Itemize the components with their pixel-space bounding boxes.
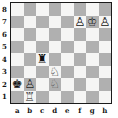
- square-c2[interactable]: [36, 78, 49, 91]
- file-label-a: a: [11, 104, 24, 116]
- square-b5[interactable]: [24, 41, 37, 54]
- rank-label-8: 8: [0, 3, 9, 16]
- square-b6[interactable]: [24, 28, 37, 41]
- square-d5[interactable]: [49, 41, 62, 54]
- square-h4[interactable]: [99, 53, 112, 66]
- square-h7[interactable]: ♙: [99, 16, 112, 29]
- square-f6[interactable]: [74, 28, 87, 41]
- square-a1[interactable]: [11, 91, 24, 104]
- square-c8[interactable]: [36, 3, 49, 16]
- square-e1[interactable]: [61, 91, 74, 104]
- square-e8[interactable]: [61, 3, 74, 16]
- chess-board: ♙♔♙♜♘♚♙♘♖: [10, 2, 112, 104]
- square-b2[interactable]: ♙: [24, 78, 37, 91]
- file-label-b: b: [24, 104, 37, 116]
- file-labels: abcdefgh: [11, 104, 111, 116]
- square-c4[interactable]: ♜: [36, 53, 49, 66]
- square-c6[interactable]: [36, 28, 49, 41]
- square-g4[interactable]: [86, 53, 99, 66]
- square-b8[interactable]: [24, 3, 37, 16]
- square-b7[interactable]: [24, 16, 37, 29]
- square-e3[interactable]: [61, 66, 74, 79]
- black-rook: ♜: [37, 53, 48, 65]
- white-rook: ♖: [24, 91, 35, 103]
- square-d6[interactable]: [49, 28, 62, 41]
- file-label-d: d: [49, 104, 62, 116]
- square-h3[interactable]: [99, 66, 112, 79]
- square-f1[interactable]: [74, 91, 87, 104]
- square-c1[interactable]: [36, 91, 49, 104]
- file-label-f: f: [74, 104, 87, 116]
- square-h6[interactable]: [99, 28, 112, 41]
- white-knight: ♘: [49, 66, 60, 78]
- square-d4[interactable]: [49, 53, 62, 66]
- square-a5[interactable]: [11, 41, 24, 54]
- square-a4[interactable]: [11, 53, 24, 66]
- white-pawn: ♙: [74, 16, 85, 28]
- square-g1[interactable]: [86, 91, 99, 104]
- chess-diagram: 87654321 ♙♔♙♜♘♚♙♘♖ abcdefgh: [0, 0, 118, 118]
- file-label-c: c: [36, 104, 49, 116]
- square-f5[interactable]: [74, 41, 87, 54]
- white-knight: ♘: [49, 78, 60, 90]
- square-a2[interactable]: ♚: [11, 78, 24, 91]
- file-label-h: h: [99, 104, 112, 116]
- square-f7[interactable]: ♙: [74, 16, 87, 29]
- square-a6[interactable]: [11, 28, 24, 41]
- square-e7[interactable]: [61, 16, 74, 29]
- square-g2[interactable]: [86, 78, 99, 91]
- square-d7[interactable]: [49, 16, 62, 29]
- rank-label-6: 6: [0, 28, 9, 41]
- square-b3[interactable]: [24, 66, 37, 79]
- rank-label-2: 2: [0, 78, 9, 91]
- square-f8[interactable]: [74, 3, 87, 16]
- square-g6[interactable]: [86, 28, 99, 41]
- file-label-e: e: [61, 104, 74, 116]
- white-pawn: ♙: [99, 16, 110, 28]
- square-b4[interactable]: [24, 53, 37, 66]
- white-king: ♔: [87, 16, 98, 28]
- square-b1[interactable]: ♖: [24, 91, 37, 104]
- square-d1[interactable]: [49, 91, 62, 104]
- square-h5[interactable]: [99, 41, 112, 54]
- square-f4[interactable]: [74, 53, 87, 66]
- square-g7[interactable]: ♔: [86, 16, 99, 29]
- square-f3[interactable]: [74, 66, 87, 79]
- rank-label-5: 5: [0, 41, 9, 54]
- square-d2[interactable]: ♘: [49, 78, 62, 91]
- rank-label-1: 1: [0, 91, 9, 104]
- square-g3[interactable]: [86, 66, 99, 79]
- square-g8[interactable]: [86, 3, 99, 16]
- square-h8[interactable]: [99, 3, 112, 16]
- file-label-g: g: [86, 104, 99, 116]
- square-f2[interactable]: [74, 78, 87, 91]
- square-c3[interactable]: [36, 66, 49, 79]
- square-d3[interactable]: ♘: [49, 66, 62, 79]
- square-e5[interactable]: [61, 41, 74, 54]
- square-h1[interactable]: [99, 91, 112, 104]
- black-king: ♚: [12, 78, 23, 90]
- square-e2[interactable]: [61, 78, 74, 91]
- white-pawn: ♙: [24, 78, 35, 90]
- rank-label-3: 3: [0, 66, 9, 79]
- square-c7[interactable]: [36, 16, 49, 29]
- square-a3[interactable]: [11, 66, 24, 79]
- rank-label-7: 7: [0, 16, 9, 29]
- square-a7[interactable]: [11, 16, 24, 29]
- square-e6[interactable]: [61, 28, 74, 41]
- square-d8[interactable]: [49, 3, 62, 16]
- square-g5[interactable]: [86, 41, 99, 54]
- square-a8[interactable]: [11, 3, 24, 16]
- square-c5[interactable]: [36, 41, 49, 54]
- rank-labels: 87654321: [0, 3, 9, 103]
- square-h2[interactable]: [99, 78, 112, 91]
- square-e4[interactable]: [61, 53, 74, 66]
- rank-label-4: 4: [0, 53, 9, 66]
